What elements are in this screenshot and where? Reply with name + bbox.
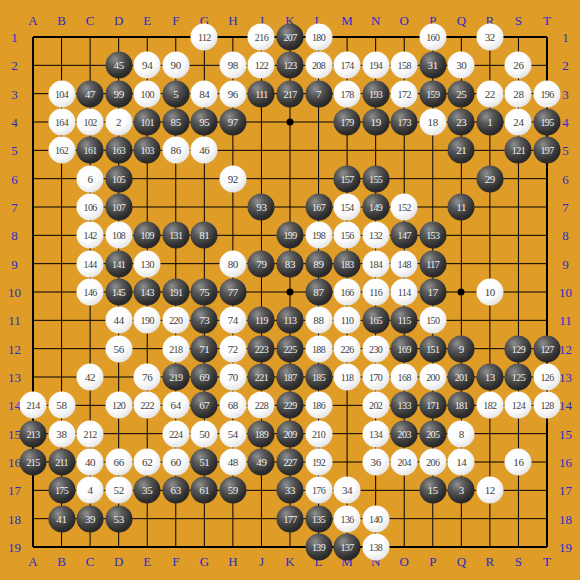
white-stone-A14[interactable]: 214 bbox=[20, 392, 47, 419]
go-board[interactable]: AABBCCDDEEFFGGHHJJKKLLMMNNOOPPQQRRSSTT11… bbox=[0, 0, 580, 580]
white-stone-N2[interactable]: 194 bbox=[362, 52, 389, 79]
move-number: 202 bbox=[369, 400, 382, 411]
row-label-left: 17 bbox=[8, 484, 21, 497]
black-stone-N6[interactable]: 155 bbox=[362, 165, 389, 192]
black-stone-K1[interactable]: 207 bbox=[277, 24, 304, 51]
white-stone-B5[interactable]: 162 bbox=[48, 137, 75, 164]
black-stone-O14[interactable]: 133 bbox=[391, 392, 418, 419]
move-number: 40 bbox=[85, 457, 95, 468]
row-label-left: 18 bbox=[8, 512, 21, 525]
move-number: 177 bbox=[283, 513, 296, 524]
column-label-bottom: O bbox=[400, 555, 409, 568]
column-label-bottom: D bbox=[114, 555, 123, 568]
black-stone-F10[interactable]: 191 bbox=[162, 279, 189, 306]
white-stone-M3[interactable]: 178 bbox=[334, 80, 361, 107]
white-stone-B15[interactable]: 38 bbox=[48, 420, 75, 447]
white-stone-R1[interactable]: 32 bbox=[476, 24, 503, 51]
move-number: 49 bbox=[256, 457, 266, 468]
white-stone-D8[interactable]: 108 bbox=[105, 222, 132, 249]
black-stone-Q3[interactable]: 25 bbox=[448, 80, 475, 107]
move-number: 129 bbox=[512, 343, 525, 354]
black-stone-D3[interactable]: 99 bbox=[105, 80, 132, 107]
move-number: 132 bbox=[369, 230, 382, 241]
white-stone-O2[interactable]: 158 bbox=[391, 52, 418, 79]
black-stone-P8[interactable]: 153 bbox=[419, 222, 446, 249]
white-stone-D17[interactable]: 52 bbox=[105, 477, 132, 504]
black-stone-G12[interactable]: 71 bbox=[191, 335, 218, 362]
black-stone-T5[interactable]: 197 bbox=[534, 137, 561, 164]
row-label-left: 5 bbox=[11, 144, 18, 157]
black-stone-B18[interactable]: 41 bbox=[48, 505, 75, 532]
white-stone-E2[interactable]: 94 bbox=[134, 52, 161, 79]
column-label-top: H bbox=[228, 14, 237, 27]
white-stone-N13[interactable]: 170 bbox=[362, 364, 389, 391]
black-stone-J16[interactable]: 49 bbox=[248, 449, 275, 476]
white-stone-N12[interactable]: 230 bbox=[362, 335, 389, 362]
white-stone-L15[interactable]: 210 bbox=[305, 420, 332, 447]
white-stone-F14[interactable]: 64 bbox=[162, 392, 189, 419]
white-stone-M11[interactable]: 110 bbox=[334, 307, 361, 334]
black-stone-L19[interactable]: 139 bbox=[305, 534, 332, 561]
white-stone-R17[interactable]: 12 bbox=[476, 477, 503, 504]
black-stone-R6[interactable]: 29 bbox=[476, 165, 503, 192]
black-stone-K12[interactable]: 225 bbox=[277, 335, 304, 362]
white-stone-J1[interactable]: 216 bbox=[248, 24, 275, 51]
white-stone-L11[interactable]: 88 bbox=[305, 307, 332, 334]
white-stone-N9[interactable]: 184 bbox=[362, 250, 389, 277]
white-stone-S14[interactable]: 124 bbox=[505, 392, 532, 419]
white-stone-F2[interactable]: 90 bbox=[162, 52, 189, 79]
white-stone-N15[interactable]: 134 bbox=[362, 420, 389, 447]
white-stone-F12[interactable]: 218 bbox=[162, 335, 189, 362]
black-stone-Q17[interactable]: 3 bbox=[448, 477, 475, 504]
move-number: 229 bbox=[283, 400, 296, 411]
white-stone-C15[interactable]: 212 bbox=[77, 420, 104, 447]
white-stone-H2[interactable]: 98 bbox=[219, 52, 246, 79]
white-stone-L8[interactable]: 198 bbox=[305, 222, 332, 249]
move-number: 216 bbox=[255, 32, 268, 43]
move-number: 176 bbox=[312, 485, 325, 496]
white-stone-P4[interactable]: 18 bbox=[419, 109, 446, 136]
white-stone-M2[interactable]: 174 bbox=[334, 52, 361, 79]
column-label-top: N bbox=[371, 14, 380, 27]
move-number: 9 bbox=[459, 343, 464, 354]
white-stone-C8[interactable]: 142 bbox=[77, 222, 104, 249]
black-stone-P17[interactable]: 15 bbox=[419, 477, 446, 504]
black-stone-C3[interactable]: 47 bbox=[77, 80, 104, 107]
move-number: 112 bbox=[198, 32, 211, 43]
black-stone-K15[interactable]: 209 bbox=[277, 420, 304, 447]
move-number: 124 bbox=[512, 400, 525, 411]
white-stone-N8[interactable]: 132 bbox=[362, 222, 389, 249]
white-stone-H15[interactable]: 54 bbox=[219, 420, 246, 447]
column-label-bottom: B bbox=[57, 555, 66, 568]
black-stone-L3[interactable]: 7 bbox=[305, 80, 332, 107]
black-stone-J15[interactable]: 189 bbox=[248, 420, 275, 447]
black-stone-P2[interactable]: 31 bbox=[419, 52, 446, 79]
black-stone-J7[interactable]: 93 bbox=[248, 194, 275, 221]
black-stone-P15[interactable]: 205 bbox=[419, 420, 446, 447]
black-stone-E10[interactable]: 143 bbox=[134, 279, 161, 306]
white-stone-L1[interactable]: 180 bbox=[305, 24, 332, 51]
black-stone-D6[interactable]: 105 bbox=[105, 165, 132, 192]
black-stone-G17[interactable]: 61 bbox=[191, 477, 218, 504]
black-stone-E8[interactable]: 109 bbox=[134, 222, 161, 249]
move-number: 24 bbox=[513, 117, 523, 128]
white-stone-D12[interactable]: 56 bbox=[105, 335, 132, 362]
black-stone-F4[interactable]: 85 bbox=[162, 109, 189, 136]
white-stone-P13[interactable]: 200 bbox=[419, 364, 446, 391]
black-stone-O4[interactable]: 173 bbox=[391, 109, 418, 136]
white-stone-O7[interactable]: 152 bbox=[391, 194, 418, 221]
move-number: 203 bbox=[398, 428, 411, 439]
white-stone-Q2[interactable]: 30 bbox=[448, 52, 475, 79]
column-label-top: T bbox=[543, 14, 551, 27]
black-stone-F8[interactable]: 131 bbox=[162, 222, 189, 249]
white-stone-C7[interactable]: 106 bbox=[77, 194, 104, 221]
white-stone-M7[interactable]: 154 bbox=[334, 194, 361, 221]
black-stone-G16[interactable]: 51 bbox=[191, 449, 218, 476]
black-stone-K14[interactable]: 229 bbox=[277, 392, 304, 419]
black-stone-N11[interactable]: 165 bbox=[362, 307, 389, 334]
move-number: 130 bbox=[141, 258, 154, 269]
black-stone-G13[interactable]: 69 bbox=[191, 364, 218, 391]
white-stone-B14[interactable]: 58 bbox=[48, 392, 75, 419]
white-stone-L17[interactable]: 176 bbox=[305, 477, 332, 504]
white-stone-M17[interactable]: 34 bbox=[334, 477, 361, 504]
white-stone-R10[interactable]: 10 bbox=[476, 279, 503, 306]
move-number: 13 bbox=[485, 372, 495, 383]
move-number: 230 bbox=[369, 343, 382, 354]
black-stone-M9[interactable]: 183 bbox=[334, 250, 361, 277]
row-label-left: 1 bbox=[11, 31, 18, 44]
move-number: 175 bbox=[55, 485, 68, 496]
white-stone-F15[interactable]: 224 bbox=[162, 420, 189, 447]
black-stone-B16[interactable]: 211 bbox=[48, 449, 75, 476]
black-stone-E17[interactable]: 35 bbox=[134, 477, 161, 504]
black-stone-K11[interactable]: 113 bbox=[277, 307, 304, 334]
row-label-right: 10 bbox=[559, 286, 572, 299]
white-stone-O10[interactable]: 114 bbox=[391, 279, 418, 306]
white-stone-H6[interactable]: 92 bbox=[219, 165, 246, 192]
column-label-bottom: R bbox=[486, 555, 495, 568]
white-stone-D4[interactable]: 2 bbox=[105, 109, 132, 136]
black-stone-K18[interactable]: 177 bbox=[277, 505, 304, 532]
black-stone-C5[interactable]: 161 bbox=[77, 137, 104, 164]
black-stone-K8[interactable]: 199 bbox=[277, 222, 304, 249]
black-stone-S12[interactable]: 129 bbox=[505, 335, 532, 362]
move-number: 180 bbox=[312, 32, 325, 43]
white-stone-P11[interactable]: 150 bbox=[419, 307, 446, 334]
white-stone-N14[interactable]: 202 bbox=[362, 392, 389, 419]
black-stone-G8[interactable]: 81 bbox=[191, 222, 218, 249]
black-stone-D7[interactable]: 107 bbox=[105, 194, 132, 221]
white-stone-H16[interactable]: 48 bbox=[219, 449, 246, 476]
white-stone-R14[interactable]: 182 bbox=[476, 392, 503, 419]
black-stone-J13[interactable]: 221 bbox=[248, 364, 275, 391]
white-stone-C17[interactable]: 4 bbox=[77, 477, 104, 504]
black-stone-F13[interactable]: 219 bbox=[162, 364, 189, 391]
move-number: 213 bbox=[26, 428, 39, 439]
move-number: 152 bbox=[398, 202, 411, 213]
white-stone-L2[interactable]: 208 bbox=[305, 52, 332, 79]
move-number: 220 bbox=[169, 315, 182, 326]
black-stone-L9[interactable]: 89 bbox=[305, 250, 332, 277]
black-stone-H10[interactable]: 77 bbox=[219, 279, 246, 306]
black-stone-K9[interactable]: 83 bbox=[277, 250, 304, 277]
move-number: 58 bbox=[56, 400, 66, 411]
black-stone-G4[interactable]: 95 bbox=[191, 109, 218, 136]
black-stone-M4[interactable]: 179 bbox=[334, 109, 361, 136]
black-stone-K13[interactable]: 187 bbox=[277, 364, 304, 391]
white-stone-D11[interactable]: 44 bbox=[105, 307, 132, 334]
white-stone-T14[interactable]: 128 bbox=[534, 392, 561, 419]
white-stone-T13[interactable]: 126 bbox=[534, 364, 561, 391]
black-stone-Q12[interactable]: 9 bbox=[448, 335, 475, 362]
black-stone-K2[interactable]: 123 bbox=[277, 52, 304, 79]
move-number: 96 bbox=[228, 88, 238, 99]
black-stone-D10[interactable]: 145 bbox=[105, 279, 132, 306]
move-number: 50 bbox=[199, 428, 209, 439]
white-stone-H11[interactable]: 74 bbox=[219, 307, 246, 334]
white-stone-F11[interactable]: 220 bbox=[162, 307, 189, 334]
black-stone-J9[interactable]: 79 bbox=[248, 250, 275, 277]
black-stone-S13[interactable]: 125 bbox=[505, 364, 532, 391]
move-number: 6 bbox=[88, 173, 93, 184]
move-number: 7 bbox=[316, 88, 321, 99]
black-stone-O15[interactable]: 203 bbox=[391, 420, 418, 447]
move-number: 32 bbox=[485, 32, 495, 43]
white-stone-J2[interactable]: 122 bbox=[248, 52, 275, 79]
black-stone-D2[interactable]: 45 bbox=[105, 52, 132, 79]
move-number: 97 bbox=[228, 117, 238, 128]
column-label-top: F bbox=[172, 14, 179, 27]
black-stone-L7[interactable]: 167 bbox=[305, 194, 332, 221]
black-stone-C18[interactable]: 39 bbox=[77, 505, 104, 532]
move-number: 161 bbox=[84, 145, 97, 156]
white-stone-Q16[interactable]: 14 bbox=[448, 449, 475, 476]
row-label-right: 16 bbox=[559, 456, 572, 469]
black-stone-N7[interactable]: 149 bbox=[362, 194, 389, 221]
white-stone-H14[interactable]: 68 bbox=[219, 392, 246, 419]
white-stone-O3[interactable]: 172 bbox=[391, 80, 418, 107]
white-stone-G15[interactable]: 50 bbox=[191, 420, 218, 447]
black-stone-K17[interactable]: 33 bbox=[277, 477, 304, 504]
white-stone-H12[interactable]: 72 bbox=[219, 335, 246, 362]
white-stone-M13[interactable]: 118 bbox=[334, 364, 361, 391]
row-label-right: 5 bbox=[562, 144, 569, 157]
black-stone-M19[interactable]: 137 bbox=[334, 534, 361, 561]
white-stone-O16[interactable]: 204 bbox=[391, 449, 418, 476]
move-number: 142 bbox=[84, 230, 97, 241]
white-stone-M18[interactable]: 136 bbox=[334, 505, 361, 532]
white-stone-O13[interactable]: 168 bbox=[391, 364, 418, 391]
black-stone-T4[interactable]: 195 bbox=[534, 109, 561, 136]
move-number: 225 bbox=[283, 343, 296, 354]
black-stone-T12[interactable]: 127 bbox=[534, 335, 561, 362]
white-stone-F5[interactable]: 86 bbox=[162, 137, 189, 164]
black-stone-O11[interactable]: 115 bbox=[391, 307, 418, 334]
white-stone-O9[interactable]: 148 bbox=[391, 250, 418, 277]
black-stone-Q14[interactable]: 181 bbox=[448, 392, 475, 419]
black-stone-Q4[interactable]: 23 bbox=[448, 109, 475, 136]
black-stone-L13[interactable]: 185 bbox=[305, 364, 332, 391]
white-stone-C16[interactable]: 40 bbox=[77, 449, 104, 476]
black-stone-Q13[interactable]: 201 bbox=[448, 364, 475, 391]
white-stone-H9[interactable]: 80 bbox=[219, 250, 246, 277]
white-stone-S16[interactable]: 16 bbox=[505, 449, 532, 476]
white-stone-M12[interactable]: 226 bbox=[334, 335, 361, 362]
black-stone-G14[interactable]: 67 bbox=[191, 392, 218, 419]
move-number: 131 bbox=[169, 230, 182, 241]
black-stone-Q7[interactable]: 11 bbox=[448, 194, 475, 221]
move-number: 135 bbox=[312, 513, 325, 524]
white-stone-G1[interactable]: 112 bbox=[191, 24, 218, 51]
white-stone-B4[interactable]: 164 bbox=[48, 109, 75, 136]
black-stone-Q5[interactable]: 21 bbox=[448, 137, 475, 164]
white-stone-T3[interactable]: 196 bbox=[534, 80, 561, 107]
column-label-bottom: P bbox=[429, 555, 436, 568]
white-stone-C4[interactable]: 102 bbox=[77, 109, 104, 136]
black-stone-S5[interactable]: 121 bbox=[505, 137, 532, 164]
black-stone-E4[interactable]: 101 bbox=[134, 109, 161, 136]
white-stone-E13[interactable]: 76 bbox=[134, 364, 161, 391]
black-stone-G11[interactable]: 73 bbox=[191, 307, 218, 334]
white-stone-G5[interactable]: 46 bbox=[191, 137, 218, 164]
row-label-right: 18 bbox=[559, 512, 572, 525]
black-stone-H17[interactable]: 59 bbox=[219, 477, 246, 504]
white-stone-N16[interactable]: 36 bbox=[362, 449, 389, 476]
white-stone-M10[interactable]: 166 bbox=[334, 279, 361, 306]
black-stone-H4[interactable]: 97 bbox=[219, 109, 246, 136]
white-stone-H13[interactable]: 70 bbox=[219, 364, 246, 391]
black-stone-B17[interactable]: 175 bbox=[48, 477, 75, 504]
white-stone-E9[interactable]: 130 bbox=[134, 250, 161, 277]
move-number: 118 bbox=[341, 372, 354, 383]
move-number: 223 bbox=[255, 343, 268, 354]
white-stone-H3[interactable]: 96 bbox=[219, 80, 246, 107]
black-stone-P14[interactable]: 171 bbox=[419, 392, 446, 419]
white-stone-G3[interactable]: 84 bbox=[191, 80, 218, 107]
move-number: 174 bbox=[341, 60, 354, 71]
move-number: 120 bbox=[112, 400, 125, 411]
black-stone-F3[interactable]: 5 bbox=[162, 80, 189, 107]
move-number: 52 bbox=[113, 485, 123, 496]
move-number: 224 bbox=[169, 428, 182, 439]
black-stone-K3[interactable]: 217 bbox=[277, 80, 304, 107]
white-stone-S4[interactable]: 24 bbox=[505, 109, 532, 136]
row-label-left: 12 bbox=[8, 342, 21, 355]
black-stone-J3[interactable]: 111 bbox=[248, 80, 275, 107]
white-stone-P16[interactable]: 206 bbox=[419, 449, 446, 476]
black-stone-F17[interactable]: 63 bbox=[162, 477, 189, 504]
row-label-right: 13 bbox=[559, 371, 572, 384]
white-stone-S2[interactable]: 26 bbox=[505, 52, 532, 79]
black-stone-L18[interactable]: 135 bbox=[305, 505, 332, 532]
black-stone-P3[interactable]: 159 bbox=[419, 80, 446, 107]
column-label-top: M bbox=[341, 14, 353, 27]
column-label-top: D bbox=[114, 14, 123, 27]
white-stone-P1[interactable]: 160 bbox=[419, 24, 446, 51]
black-stone-O8[interactable]: 147 bbox=[391, 222, 418, 249]
black-stone-A16[interactable]: 215 bbox=[20, 449, 47, 476]
white-stone-E3[interactable]: 100 bbox=[134, 80, 161, 107]
white-stone-L16[interactable]: 192 bbox=[305, 449, 332, 476]
white-stone-D16[interactable]: 66 bbox=[105, 449, 132, 476]
white-stone-C6[interactable]: 6 bbox=[77, 165, 104, 192]
row-label-left: 10 bbox=[8, 286, 21, 299]
move-number: 211 bbox=[55, 457, 68, 468]
white-stone-R3[interactable]: 22 bbox=[476, 80, 503, 107]
black-stone-D5[interactable]: 163 bbox=[105, 137, 132, 164]
black-stone-L10[interactable]: 87 bbox=[305, 279, 332, 306]
black-stone-O12[interactable]: 169 bbox=[391, 335, 418, 362]
black-stone-N4[interactable]: 19 bbox=[362, 109, 389, 136]
white-stone-D14[interactable]: 120 bbox=[105, 392, 132, 419]
white-stone-E14[interactable]: 222 bbox=[134, 392, 161, 419]
black-stone-R13[interactable]: 13 bbox=[476, 364, 503, 391]
move-number: 67 bbox=[199, 400, 209, 411]
move-number: 42 bbox=[85, 372, 95, 383]
row-label-right: 2 bbox=[562, 59, 569, 72]
move-number: 2 bbox=[116, 117, 121, 128]
move-number: 86 bbox=[171, 145, 181, 156]
white-stone-L14[interactable]: 186 bbox=[305, 392, 332, 419]
black-stone-E5[interactable]: 103 bbox=[134, 137, 161, 164]
black-stone-D18[interactable]: 53 bbox=[105, 505, 132, 532]
move-number: 113 bbox=[284, 315, 297, 326]
move-number: 19 bbox=[370, 117, 380, 128]
white-stone-J14[interactable]: 228 bbox=[248, 392, 275, 419]
white-stone-N10[interactable]: 116 bbox=[362, 279, 389, 306]
move-number: 70 bbox=[228, 372, 238, 383]
white-stone-L12[interactable]: 188 bbox=[305, 335, 332, 362]
move-number: 101 bbox=[141, 117, 154, 128]
white-stone-B3[interactable]: 104 bbox=[48, 80, 75, 107]
white-stone-C9[interactable]: 144 bbox=[77, 250, 104, 277]
black-stone-K16[interactable]: 227 bbox=[277, 449, 304, 476]
black-stone-G10[interactable]: 75 bbox=[191, 279, 218, 306]
black-stone-P12[interactable]: 151 bbox=[419, 335, 446, 362]
move-number: 11 bbox=[456, 202, 466, 213]
black-stone-D9[interactable]: 141 bbox=[105, 250, 132, 277]
white-stone-E11[interactable]: 190 bbox=[134, 307, 161, 334]
move-number: 159 bbox=[426, 88, 439, 99]
move-number: 56 bbox=[113, 343, 123, 354]
black-stone-P9[interactable]: 117 bbox=[419, 250, 446, 277]
white-stone-F16[interactable]: 60 bbox=[162, 449, 189, 476]
black-stone-A15[interactable]: 213 bbox=[20, 420, 47, 447]
black-stone-P10[interactable]: 17 bbox=[419, 279, 446, 306]
white-stone-S3[interactable]: 28 bbox=[505, 80, 532, 107]
white-stone-M8[interactable]: 156 bbox=[334, 222, 361, 249]
white-stone-N19[interactable]: 138 bbox=[362, 534, 389, 561]
white-stone-Q15[interactable]: 8 bbox=[448, 420, 475, 447]
move-number: 194 bbox=[369, 60, 382, 71]
move-number: 44 bbox=[113, 315, 123, 326]
white-stone-N18[interactable]: 140 bbox=[362, 505, 389, 532]
white-stone-C13[interactable]: 42 bbox=[77, 364, 104, 391]
black-stone-J12[interactable]: 223 bbox=[248, 335, 275, 362]
move-number: 103 bbox=[141, 145, 154, 156]
black-stone-M6[interactable]: 157 bbox=[334, 165, 361, 192]
black-stone-J11[interactable]: 119 bbox=[248, 307, 275, 334]
move-number: 207 bbox=[283, 32, 296, 43]
white-stone-C10[interactable]: 146 bbox=[77, 279, 104, 306]
black-stone-R4[interactable]: 1 bbox=[476, 109, 503, 136]
white-stone-E16[interactable]: 62 bbox=[134, 449, 161, 476]
black-stone-N3[interactable]: 193 bbox=[362, 80, 389, 107]
